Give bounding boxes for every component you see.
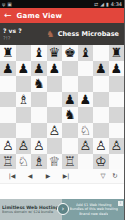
square-g5[interactable] [93, 92, 109, 108]
content-gap [0, 184, 124, 200]
square-h4[interactable] [109, 107, 125, 123]
white-king: ♔ [95, 155, 107, 168]
chess-board[interactable]: ♜♝♛♚♝♜♟♟♟♟♟♟♞♗♟♟♞♙♘♙♙♙♙♙♙♖♘♗♕♖♔ [0, 45, 124, 169]
next-move-button[interactable]: ▶ [39, 169, 57, 183]
signal-icon: ◢ [100, 0, 104, 8]
square-h5[interactable] [109, 92, 125, 108]
app-bar: ← Game View [0, 8, 124, 23]
square-c6[interactable]: ♞ [31, 76, 47, 92]
square-a3[interactable] [0, 123, 16, 139]
square-d7[interactable]: ♟ [47, 61, 63, 77]
sync-icon: ⇄ [94, 0, 98, 8]
square-f3[interactable]: ♘ [78, 123, 94, 139]
black-king: ♚ [64, 46, 76, 59]
square-d2[interactable] [47, 138, 63, 154]
battery-icon: ▮ [106, 0, 109, 8]
previous-move-button[interactable]: ◀ [21, 169, 39, 183]
ad-cta-arrow-button[interactable]: › [57, 203, 69, 215]
white-pawn: ♙ [17, 139, 29, 152]
square-b6[interactable] [16, 76, 32, 92]
black-bishop: ♝ [79, 46, 91, 59]
black-queen: ♛ [48, 46, 60, 59]
square-c2[interactable]: ♙ [31, 138, 47, 154]
square-f5[interactable]: ♟ [78, 92, 94, 108]
white-pawn: ♙ [79, 139, 91, 152]
page-title: Game View [17, 12, 63, 20]
square-c4[interactable] [31, 107, 47, 123]
screenshot-icon: ▣ [7, 0, 12, 8]
square-e4[interactable]: ♞ [62, 107, 78, 123]
back-arrow-icon[interactable]: ← [4, 8, 12, 23]
square-e8[interactable]: ♚ [62, 45, 78, 61]
black-rook: ♜ [110, 46, 122, 59]
last-move-button[interactable]: ▶| [57, 169, 75, 183]
white-bishop: ♗ [33, 155, 45, 168]
square-h8[interactable]: ♜ [109, 45, 125, 61]
square-d4[interactable] [47, 107, 63, 123]
black-pawn: ♟ [79, 93, 91, 106]
flip-board-icon[interactable]: ↻ [109, 169, 121, 183]
square-b5[interactable]: ♗ [16, 92, 32, 108]
square-c8[interactable]: ♝ [31, 45, 47, 61]
square-e5[interactable]: ♟ [62, 92, 78, 108]
black-rook: ♜ [2, 46, 14, 59]
square-f2[interactable]: ♙ [78, 138, 94, 154]
ad-right-panel[interactable]: Add $1 Web Hosting Bundles of this web h… [62, 199, 124, 220]
white-pawn: ♙ [48, 124, 60, 137]
square-g1[interactable]: ♔ [93, 154, 109, 170]
black-pawn: ♟ [95, 62, 107, 75]
square-c3[interactable] [31, 123, 47, 139]
square-c7[interactable]: ♟ [31, 61, 47, 77]
status-right-icons: ⇄ ◢ ▮ 4:34 [94, 0, 122, 8]
ad-subtext: Bonus domain w/ $24 bundle [2, 210, 60, 215]
square-a7[interactable]: ♟ [0, 61, 16, 77]
black-pawn: ♟ [110, 62, 122, 75]
square-d3[interactable]: ♙ [47, 123, 63, 139]
square-f7[interactable] [78, 61, 94, 77]
square-d8[interactable]: ♛ [47, 45, 63, 61]
white-pawn: ♙ [110, 139, 122, 152]
white-bishop: ♗ [17, 93, 29, 106]
square-h3[interactable] [109, 123, 125, 139]
clock-time: 4:34 [111, 0, 122, 8]
result-label: ?!? [3, 35, 22, 41]
square-f1[interactable] [78, 154, 94, 170]
white-pawn: ♙ [33, 139, 45, 152]
square-h1[interactable] [109, 154, 125, 170]
usb-debug-icon: ψ [2, 0, 5, 8]
square-h2[interactable]: ♙ [109, 138, 125, 154]
square-b8[interactable] [16, 45, 32, 61]
square-d1[interactable]: ♕ [47, 154, 63, 170]
square-a2[interactable]: ♙ [0, 138, 16, 154]
app-name-label: Chess Microbase [58, 30, 119, 38]
square-e1[interactable]: ♖ [62, 154, 78, 170]
black-pawn: ♟ [64, 93, 76, 106]
square-d5[interactable] [47, 92, 63, 108]
square-g3[interactable] [93, 123, 109, 139]
square-e3[interactable] [62, 123, 78, 139]
square-a6[interactable] [0, 76, 16, 92]
square-b2[interactable]: ♙ [16, 138, 32, 154]
black-pawn: ♟ [2, 62, 14, 75]
white-knight: ♘ [79, 124, 91, 137]
square-e6[interactable] [62, 76, 78, 92]
black-knight: ♞ [33, 77, 45, 90]
square-c1[interactable]: ♗ [31, 154, 47, 170]
square-f8[interactable]: ♝ [78, 45, 94, 61]
square-g8[interactable] [93, 45, 109, 61]
square-d6[interactable] [47, 76, 63, 92]
square-b4[interactable] [16, 107, 32, 123]
square-e7[interactable] [62, 61, 78, 77]
white-knight: ♘ [17, 155, 29, 168]
status-bar: ψ ▣ ⇄ ◢ ▮ 4:34 [0, 0, 124, 8]
square-f4[interactable] [78, 107, 94, 123]
square-b1[interactable]: ♘ [16, 154, 32, 170]
white-pawn: ♙ [95, 139, 107, 152]
square-g4[interactable] [93, 107, 109, 123]
white-rook: ♖ [2, 155, 14, 168]
black-pawn: ♟ [33, 62, 45, 75]
square-a5[interactable] [0, 92, 16, 108]
white-pawn: ♙ [2, 139, 14, 152]
square-h6[interactable] [109, 76, 125, 92]
square-a8[interactable]: ♜ [0, 45, 16, 61]
status-left-icons: ψ ▣ [2, 0, 12, 8]
players-label: ? vs ? [3, 27, 22, 34]
black-pawn: ♟ [48, 62, 60, 75]
square-h7[interactable]: ♟ [109, 61, 125, 77]
phone-screen: ψ ▣ ⇄ ◢ ▮ 4:34 ← Game View ? vs ? ?!? ♞ … [0, 0, 124, 220]
square-g7[interactable]: ♟ [93, 61, 109, 77]
square-c5[interactable] [31, 92, 47, 108]
move-toolbar: |◀ ◀ ▶ ▶| ▽ ↻ [0, 169, 124, 184]
square-f6[interactable] [78, 76, 94, 92]
ad-info-badge[interactable]: i [118, 201, 123, 206]
white-queen: ♕ [48, 155, 60, 168]
flag-icon[interactable]: ▽ [97, 169, 109, 183]
black-pawn: ♟ [17, 62, 29, 75]
white-rook: ♖ [64, 155, 76, 168]
app-brand: ♞ Chess Microbase [47, 29, 121, 39]
first-move-button[interactable]: |◀ [3, 169, 21, 183]
black-knight: ♞ [64, 108, 76, 121]
square-a1[interactable]: ♖ [0, 154, 16, 170]
game-meta-left: ? vs ? ?!? [3, 27, 22, 41]
square-g6[interactable] [93, 76, 109, 92]
black-bishop: ♝ [33, 46, 45, 59]
knight-logo-icon: ♞ [47, 29, 55, 39]
square-g2[interactable]: ♙ [93, 138, 109, 154]
square-b7[interactable]: ♟ [16, 61, 32, 77]
square-e2[interactable] [62, 138, 78, 154]
square-b3[interactable] [16, 123, 32, 139]
game-meta-bar: ? vs ? ?!? ♞ Chess Microbase [0, 23, 124, 45]
square-a4[interactable] [0, 107, 16, 123]
ad-left-panel[interactable]: Limitless Web Hosting Bonus domain w/ $2… [0, 199, 62, 220]
ad-text-line: Brand new deals [79, 212, 108, 217]
